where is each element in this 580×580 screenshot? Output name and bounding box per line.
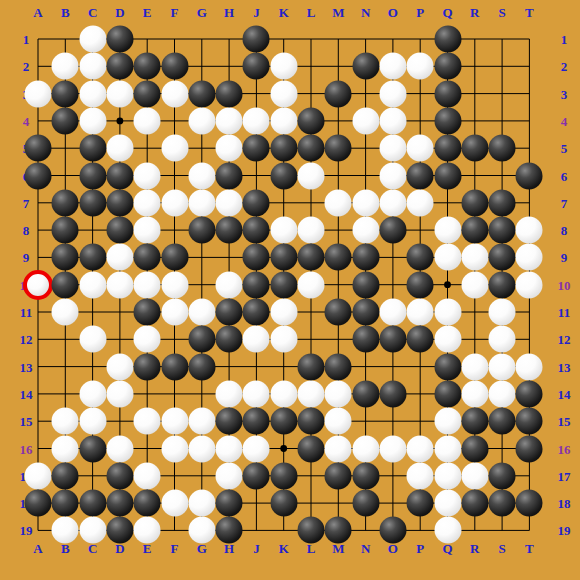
black-stone-B7[interactable] [52,189,79,216]
black-stone-C5[interactable] [79,135,106,162]
white-stone-P2[interactable] [407,53,434,80]
white-stone-Q19[interactable] [434,517,461,544]
white-stone-A10-last-move-marker[interactable] [23,270,53,300]
black-stone-C9[interactable] [79,244,106,271]
black-stone-S7[interactable] [489,189,516,216]
black-stone-E11[interactable] [134,299,161,326]
coordinate-label-top-J: J [253,6,260,19]
black-stone-R18[interactable] [461,490,488,517]
white-stone-O16[interactable] [379,435,406,462]
coordinate-label-right-5: 5 [561,142,568,155]
coordinate-label-right-12: 12 [558,333,571,346]
black-stone-T18[interactable] [516,490,543,517]
white-stone-E17[interactable] [134,462,161,489]
coordinate-label-top-M: M [332,6,344,19]
black-stone-H12[interactable] [216,326,243,353]
white-stone-M14[interactable] [325,380,352,407]
black-stone-G13[interactable] [188,353,215,380]
coordinate-label-bottom-S: S [498,542,505,555]
white-stone-Q9[interactable] [434,244,461,271]
white-stone-D10[interactable] [106,271,133,298]
coordinate-label-right-16: 16 [558,442,571,455]
white-stone-G4[interactable] [188,107,215,134]
star-point [117,118,124,125]
black-stone-Q13[interactable] [434,353,461,380]
white-stone-S14[interactable] [489,380,516,407]
white-stone-C12[interactable] [79,326,106,353]
black-stone-L13[interactable] [298,353,325,380]
white-stone-T9[interactable] [516,244,543,271]
coordinate-label-top-R: R [470,6,479,19]
black-stone-D6[interactable] [106,162,133,189]
white-stone-F15[interactable] [161,408,188,435]
coordinate-label-left-2: 2 [23,60,30,73]
white-stone-O7[interactable] [379,189,406,216]
white-stone-C10[interactable] [79,271,106,298]
black-stone-N14[interactable] [352,380,379,407]
black-stone-J9[interactable] [243,244,270,271]
black-stone-S9[interactable] [489,244,516,271]
white-stone-C1[interactable] [79,26,106,53]
black-stone-L19[interactable] [298,517,325,544]
coordinate-label-left-4: 4 [23,114,30,127]
white-stone-P7[interactable] [407,189,434,216]
black-stone-H18[interactable] [216,490,243,517]
black-stone-G8[interactable] [188,217,215,244]
white-stone-B19[interactable] [52,517,79,544]
black-stone-Q3[interactable] [434,80,461,107]
black-stone-N11[interactable] [352,299,379,326]
coordinate-label-bottom-K: K [279,542,289,555]
black-stone-J15[interactable] [243,408,270,435]
black-stone-B10[interactable] [52,271,79,298]
coordinate-label-top-S: S [498,6,505,19]
coordinate-label-top-O: O [388,6,398,19]
white-stone-Q16[interactable] [434,435,461,462]
black-stone-A5[interactable] [25,135,52,162]
black-stone-M9[interactable] [325,244,352,271]
white-stone-E15[interactable] [134,408,161,435]
coordinate-label-left-7: 7 [23,196,30,209]
black-stone-J5[interactable] [243,135,270,162]
white-stone-H5[interactable] [216,135,243,162]
black-stone-S15[interactable] [489,408,516,435]
white-stone-Q11[interactable] [434,299,461,326]
white-stone-N4[interactable] [352,107,379,134]
black-stone-P9[interactable] [407,244,434,271]
black-stone-B8[interactable] [52,217,79,244]
white-stone-K12[interactable] [270,326,297,353]
black-stone-S5[interactable] [489,135,516,162]
white-stone-H16[interactable] [216,435,243,462]
black-stone-L15[interactable] [298,408,325,435]
black-stone-J17[interactable] [243,462,270,489]
black-stone-H15[interactable] [216,408,243,435]
black-stone-J7[interactable] [243,189,270,216]
coordinate-label-left-1: 1 [23,33,30,46]
white-stone-J12[interactable] [243,326,270,353]
black-stone-T15[interactable] [516,408,543,435]
coordinate-label-right-17: 17 [558,469,571,482]
black-stone-Q5[interactable] [434,135,461,162]
black-stone-T6[interactable] [516,162,543,189]
white-stone-M15[interactable] [325,408,352,435]
white-stone-O2[interactable] [379,53,406,80]
white-stone-D3[interactable] [106,80,133,107]
coordinate-label-right-7: 7 [561,196,568,209]
black-stone-D17[interactable] [106,462,133,489]
black-stone-M11[interactable] [325,299,352,326]
white-stone-S11[interactable] [489,299,516,326]
white-stone-Q18[interactable] [434,490,461,517]
black-stone-M19[interactable] [325,517,352,544]
white-stone-E6[interactable] [134,162,161,189]
black-stone-N18[interactable] [352,490,379,517]
black-stone-P12[interactable] [407,326,434,353]
black-stone-G3[interactable] [188,80,215,107]
coordinate-label-bottom-R: R [470,542,479,555]
go-board: AABBCCDDEEFFGGHHJJKKLLMMNNOOPPQQRRSSTT11… [0,0,580,580]
black-stone-S17[interactable] [489,462,516,489]
black-stone-R5[interactable] [461,135,488,162]
white-stone-E19[interactable] [134,517,161,544]
black-stone-E2[interactable] [134,53,161,80]
coordinate-label-left-13: 13 [20,360,33,373]
black-stone-E18[interactable] [134,490,161,517]
black-stone-R15[interactable] [461,408,488,435]
black-stone-Q4[interactable] [434,107,461,134]
coordinate-label-top-P: P [416,6,424,19]
white-stone-C19[interactable] [79,517,106,544]
black-stone-F13[interactable] [161,353,188,380]
white-stone-G18[interactable] [188,490,215,517]
white-stone-R9[interactable] [461,244,488,271]
black-stone-R8[interactable] [461,217,488,244]
coordinate-label-left-19: 19 [20,524,33,537]
white-stone-O6[interactable] [379,162,406,189]
white-stone-P16[interactable] [407,435,434,462]
white-stone-B16[interactable] [52,435,79,462]
white-stone-M16[interactable] [325,435,352,462]
black-stone-E3[interactable] [134,80,161,107]
black-stone-K5[interactable] [270,135,297,162]
black-stone-H11[interactable] [216,299,243,326]
white-stone-F11[interactable] [161,299,188,326]
black-stone-B18[interactable] [52,490,79,517]
go-game-screenshot: AABBCCDDEEFFGGHHJJKKLLMMNNOOPPQQRRSSTT11… [0,0,580,580]
white-stone-E12[interactable] [134,326,161,353]
coordinate-label-left-15: 15 [20,415,33,428]
black-stone-D2[interactable] [106,53,133,80]
black-stone-M17[interactable] [325,462,352,489]
black-stone-J10[interactable] [243,271,270,298]
black-stone-L16[interactable] [298,435,325,462]
black-stone-K9[interactable] [270,244,297,271]
black-stone-B17[interactable] [52,462,79,489]
black-stone-K6[interactable] [270,162,297,189]
black-stone-H19[interactable] [216,517,243,544]
white-stone-S12[interactable] [489,326,516,353]
coordinate-label-left-12: 12 [20,333,33,346]
black-stone-K10[interactable] [270,271,297,298]
black-stone-N17[interactable] [352,462,379,489]
white-stone-O11[interactable] [379,299,406,326]
white-stone-N7[interactable] [352,189,379,216]
white-stone-K8[interactable] [270,217,297,244]
black-stone-Q1[interactable] [434,26,461,53]
white-stone-C14[interactable] [79,380,106,407]
white-stone-C4[interactable] [79,107,106,134]
coordinate-label-right-11: 11 [558,306,570,319]
coordinate-label-right-14: 14 [558,387,571,400]
coordinate-label-top-C: C [88,6,97,19]
white-stone-L6[interactable] [298,162,325,189]
white-stone-J16[interactable] [243,435,270,462]
white-stone-G15[interactable] [188,408,215,435]
white-stone-B2[interactable] [52,53,79,80]
coordinate-label-right-18: 18 [558,497,571,510]
white-stone-D16[interactable] [106,435,133,462]
black-stone-N2[interactable] [352,53,379,80]
white-stone-F7[interactable] [161,189,188,216]
white-stone-D5[interactable] [106,135,133,162]
white-stone-C3[interactable] [79,80,106,107]
white-stone-T8[interactable] [516,217,543,244]
white-stone-G7[interactable] [188,189,215,216]
white-stone-K11[interactable] [270,299,297,326]
black-stone-M13[interactable] [325,353,352,380]
coordinate-label-right-13: 13 [558,360,571,373]
black-stone-O19[interactable] [379,517,406,544]
black-stone-Q14[interactable] [434,380,461,407]
white-stone-E7[interactable] [134,189,161,216]
white-stone-R14[interactable] [461,380,488,407]
white-stone-M7[interactable] [325,189,352,216]
black-stone-M3[interactable] [325,80,352,107]
coordinate-label-left-8: 8 [23,224,30,237]
white-stone-Q12[interactable] [434,326,461,353]
black-stone-K18[interactable] [270,490,297,517]
white-stone-K14[interactable] [270,380,297,407]
black-stone-O12[interactable] [379,326,406,353]
white-stone-P5[interactable] [407,135,434,162]
black-stone-J1[interactable] [243,26,270,53]
white-stone-G11[interactable] [188,299,215,326]
white-stone-H7[interactable] [216,189,243,216]
coordinate-label-right-1: 1 [561,33,568,46]
white-stone-H10[interactable] [216,271,243,298]
white-stone-P17[interactable] [407,462,434,489]
black-stone-F2[interactable] [161,53,188,80]
star-point [444,281,451,288]
white-stone-D14[interactable] [106,380,133,407]
coordinate-label-bottom-A: A [33,542,42,555]
black-stone-J2[interactable] [243,53,270,80]
black-stone-F9[interactable] [161,244,188,271]
white-stone-Q8[interactable] [434,217,461,244]
white-stone-B15[interactable] [52,408,79,435]
black-stone-R7[interactable] [461,189,488,216]
black-stone-G12[interactable] [188,326,215,353]
coordinate-label-right-4: 4 [561,114,568,127]
black-stone-C6[interactable] [79,162,106,189]
white-stone-L8[interactable] [298,217,325,244]
coordinate-label-top-E: E [143,6,152,19]
coordinate-label-top-F: F [171,6,179,19]
white-stone-E8[interactable] [134,217,161,244]
black-stone-D8[interactable] [106,217,133,244]
black-stone-N9[interactable] [352,244,379,271]
coordinate-label-bottom-J: J [253,542,260,555]
black-stone-L9[interactable] [298,244,325,271]
black-stone-P18[interactable] [407,490,434,517]
black-stone-D1[interactable] [106,26,133,53]
coordinate-label-right-8: 8 [561,224,568,237]
white-stone-T10[interactable] [516,271,543,298]
coordinate-label-right-9: 9 [561,251,568,264]
black-stone-C7[interactable] [79,189,106,216]
white-stone-R10[interactable] [461,271,488,298]
white-stone-S13[interactable] [489,353,516,380]
black-stone-A6[interactable] [25,162,52,189]
coordinate-label-left-14: 14 [20,387,33,400]
black-stone-T14[interactable] [516,380,543,407]
black-stone-D19[interactable] [106,517,133,544]
black-stone-S8[interactable] [489,217,516,244]
white-stone-R17[interactable] [461,462,488,489]
black-stone-P10[interactable] [407,271,434,298]
black-stone-J8[interactable] [243,217,270,244]
white-stone-A17[interactable] [25,462,52,489]
white-stone-E4[interactable] [134,107,161,134]
black-stone-B4[interactable] [52,107,79,134]
coordinate-label-bottom-F: F [171,542,179,555]
black-stone-K17[interactable] [270,462,297,489]
white-stone-A3[interactable] [25,80,52,107]
white-stone-D13[interactable] [106,353,133,380]
coordinate-label-right-15: 15 [558,415,571,428]
coordinate-label-right-6: 6 [561,169,568,182]
white-stone-L10[interactable] [298,271,325,298]
black-stone-K15[interactable] [270,408,297,435]
black-stone-H3[interactable] [216,80,243,107]
white-stone-C2[interactable] [79,53,106,80]
white-stone-N8[interactable] [352,217,379,244]
black-stone-N10[interactable] [352,271,379,298]
black-stone-E13[interactable] [134,353,161,380]
white-stone-K3[interactable] [270,80,297,107]
white-stone-P11[interactable] [407,299,434,326]
coordinate-label-top-A: A [33,6,42,19]
black-stone-L5[interactable] [298,135,325,162]
white-stone-K4[interactable] [270,107,297,134]
coordinate-label-right-10: 10 [558,278,571,291]
black-stone-A18[interactable] [25,490,52,517]
white-stone-E10[interactable] [134,271,161,298]
black-stone-O14[interactable] [379,380,406,407]
white-stone-B11[interactable] [52,299,79,326]
white-stone-R13[interactable] [461,353,488,380]
white-stone-O4[interactable] [379,107,406,134]
black-stone-H6[interactable] [216,162,243,189]
black-stone-E9[interactable] [134,244,161,271]
white-stone-F10[interactable] [161,271,188,298]
white-stone-G16[interactable] [188,435,215,462]
black-stone-Q6[interactable] [434,162,461,189]
white-stone-C15[interactable] [79,408,106,435]
white-stone-Q17[interactable] [434,462,461,489]
black-stone-O8[interactable] [379,217,406,244]
black-stone-H8[interactable] [216,217,243,244]
star-point [280,445,287,452]
black-stone-N12[interactable] [352,326,379,353]
black-stone-B3[interactable] [52,80,79,107]
white-stone-J4[interactable] [243,107,270,134]
coordinate-label-right-19: 19 [558,524,571,537]
coordinate-label-left-11: 11 [20,306,32,319]
coordinate-label-right-2: 2 [561,60,568,73]
white-stone-K2[interactable] [270,53,297,80]
white-stone-Q15[interactable] [434,408,461,435]
black-stone-D7[interactable] [106,189,133,216]
black-stone-C18[interactable] [79,490,106,517]
coordinate-label-left-16: 16 [20,442,33,455]
coordinate-label-bottom-P: P [416,542,424,555]
white-stone-H4[interactable] [216,107,243,134]
coordinate-label-right-3: 3 [561,87,568,100]
white-stone-F3[interactable] [161,80,188,107]
white-stone-F5[interactable] [161,135,188,162]
coordinate-label-top-Q: Q [442,6,452,19]
white-stone-D9[interactable] [106,244,133,271]
white-stone-F18[interactable] [161,490,188,517]
black-stone-L4[interactable] [298,107,325,134]
coordinate-label-left-9: 9 [23,251,30,264]
black-stone-S10[interactable] [489,271,516,298]
black-stone-C16[interactable] [79,435,106,462]
black-stone-J11[interactable] [243,299,270,326]
black-stone-B9[interactable] [52,244,79,271]
coordinate-label-top-B: B [61,6,70,19]
white-stone-L14[interactable] [298,380,325,407]
black-stone-D18[interactable] [106,490,133,517]
black-stone-T16[interactable] [516,435,543,462]
white-stone-H17[interactable] [216,462,243,489]
white-stone-G19[interactable] [188,517,215,544]
black-stone-R16[interactable] [461,435,488,462]
coordinate-label-top-N: N [361,6,370,19]
white-stone-T13[interactable] [516,353,543,380]
white-stone-N16[interactable] [352,435,379,462]
white-stone-H14[interactable] [216,380,243,407]
black-stone-P6[interactable] [407,162,434,189]
white-stone-J14[interactable] [243,380,270,407]
white-stone-G6[interactable] [188,162,215,189]
white-stone-O3[interactable] [379,80,406,107]
black-stone-M5[interactable] [325,135,352,162]
coordinate-label-top-H: H [224,6,234,19]
white-stone-O5[interactable] [379,135,406,162]
black-stone-S18[interactable] [489,490,516,517]
coordinate-label-top-K: K [279,6,289,19]
coordinate-label-bottom-N: N [361,542,370,555]
black-stone-Q2[interactable] [434,53,461,80]
white-stone-F16[interactable] [161,435,188,462]
coordinate-label-top-T: T [525,6,534,19]
coordinate-label-top-D: D [115,6,124,19]
coordinate-label-bottom-T: T [525,542,534,555]
coordinate-label-top-L: L [307,6,316,19]
